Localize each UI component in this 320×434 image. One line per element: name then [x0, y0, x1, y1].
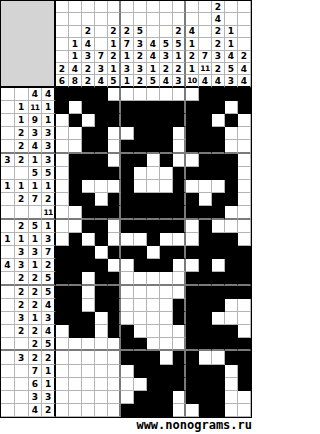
grid-cell[interactable] [212, 299, 225, 312]
grid-cell[interactable] [95, 88, 108, 101]
grid-cell[interactable] [147, 325, 160, 338]
grid-cell[interactable] [95, 220, 108, 233]
grid-cell[interactable] [147, 193, 160, 206]
grid-cell[interactable] [69, 365, 82, 378]
grid-cell[interactable] [238, 88, 251, 101]
grid-cell[interactable] [82, 365, 95, 378]
grid-cell[interactable] [56, 101, 69, 114]
grid-cell[interactable] [160, 378, 173, 391]
grid-cell[interactable] [95, 272, 108, 285]
grid-cell[interactable] [212, 246, 225, 259]
grid-cell[interactable] [186, 404, 199, 417]
grid-cell[interactable] [212, 391, 225, 404]
grid-cell[interactable] [69, 272, 82, 285]
grid-cell[interactable] [199, 404, 212, 417]
grid-cell[interactable] [199, 220, 212, 233]
grid-cell[interactable] [199, 338, 212, 351]
grid-cell[interactable] [69, 88, 82, 101]
grid-cell[interactable] [134, 180, 147, 193]
grid-cell[interactable] [108, 378, 121, 391]
grid-cell[interactable] [199, 101, 212, 114]
grid-cell[interactable] [225, 351, 238, 364]
grid-cell[interactable] [95, 101, 108, 114]
grid-cell[interactable] [121, 233, 134, 246]
grid-cell[interactable] [212, 114, 225, 127]
grid-cell[interactable] [134, 220, 147, 233]
grid-cell[interactable] [108, 140, 121, 153]
grid-cell[interactable] [108, 312, 121, 325]
grid-cell[interactable] [225, 114, 238, 127]
grid-cell[interactable] [212, 127, 225, 140]
grid-cell[interactable] [212, 286, 225, 299]
grid-cell[interactable] [212, 233, 225, 246]
grid-cell[interactable] [173, 114, 186, 127]
grid-cell[interactable] [225, 206, 238, 219]
grid-cell[interactable] [212, 259, 225, 272]
grid-cell[interactable] [225, 88, 238, 101]
grid-cell[interactable] [134, 259, 147, 272]
grid-cell[interactable] [147, 272, 160, 285]
grid-cell[interactable] [238, 351, 251, 364]
grid-cell[interactable] [69, 259, 82, 272]
grid-cell[interactable] [225, 193, 238, 206]
grid-cell[interactable] [108, 127, 121, 140]
grid-cell[interactable] [95, 114, 108, 127]
grid-cell[interactable] [238, 114, 251, 127]
grid-cell[interactable] [147, 378, 160, 391]
grid-cell[interactable] [160, 88, 173, 101]
grid-cell[interactable] [95, 233, 108, 246]
grid-cell[interactable] [108, 246, 121, 259]
grid-cell[interactable] [82, 140, 95, 153]
grid-cell[interactable] [186, 154, 199, 167]
grid-cell[interactable] [160, 154, 173, 167]
grid-cell[interactable] [212, 272, 225, 285]
grid-cell[interactable] [199, 299, 212, 312]
grid-cell[interactable] [95, 206, 108, 219]
grid-cell[interactable] [173, 338, 186, 351]
grid-cell[interactable] [69, 378, 82, 391]
grid-cell[interactable] [121, 114, 134, 127]
grid-cell[interactable] [199, 206, 212, 219]
grid-cell[interactable] [108, 325, 121, 338]
grid-cell[interactable] [173, 246, 186, 259]
grid-cell[interactable] [134, 193, 147, 206]
grid-cell[interactable] [212, 193, 225, 206]
grid-cell[interactable] [108, 272, 121, 285]
grid-cell[interactable] [225, 378, 238, 391]
grid-cell[interactable] [56, 114, 69, 127]
grid-cell[interactable] [108, 88, 121, 101]
grid-cell[interactable] [160, 391, 173, 404]
grid-cell[interactable] [160, 365, 173, 378]
grid-cell[interactable] [95, 391, 108, 404]
grid-cell[interactable] [238, 325, 251, 338]
grid-cell[interactable] [173, 140, 186, 153]
grid-cell[interactable] [212, 338, 225, 351]
grid-cell[interactable] [56, 365, 69, 378]
grid-cell[interactable] [173, 299, 186, 312]
grid-cell[interactable] [134, 312, 147, 325]
grid-cell[interactable] [147, 167, 160, 180]
grid-cell[interactable] [160, 312, 173, 325]
grid-cell[interactable] [186, 140, 199, 153]
grid-cell[interactable] [238, 180, 251, 193]
grid-cell[interactable] [69, 154, 82, 167]
grid-cell[interactable] [147, 206, 160, 219]
grid-cell[interactable] [212, 404, 225, 417]
grid-cell[interactable] [186, 180, 199, 193]
grid-cell[interactable] [160, 272, 173, 285]
grid-cell[interactable] [69, 114, 82, 127]
grid-cell[interactable] [147, 365, 160, 378]
grid-cell[interactable] [199, 180, 212, 193]
grid-cell[interactable] [186, 272, 199, 285]
grid-cell[interactable] [108, 286, 121, 299]
grid-cell[interactable] [108, 114, 121, 127]
grid-cell[interactable] [147, 338, 160, 351]
grid-cell[interactable] [134, 233, 147, 246]
grid-cell[interactable] [134, 272, 147, 285]
grid-cell[interactable] [95, 246, 108, 259]
grid-cell[interactable] [160, 220, 173, 233]
grid-cell[interactable] [173, 312, 186, 325]
grid-cell[interactable] [56, 193, 69, 206]
grid-cell[interactable] [225, 154, 238, 167]
grid-cell[interactable] [82, 338, 95, 351]
grid-cell[interactable] [108, 101, 121, 114]
grid-cell[interactable] [238, 259, 251, 272]
grid-cell[interactable] [82, 378, 95, 391]
grid-cell[interactable] [199, 140, 212, 153]
grid-cell[interactable] [225, 365, 238, 378]
grid-cell[interactable] [212, 206, 225, 219]
grid-cell[interactable] [82, 286, 95, 299]
grid-cell[interactable] [147, 233, 160, 246]
grid-cell[interactable] [69, 246, 82, 259]
grid-cell[interactable] [199, 325, 212, 338]
grid-cell[interactable] [160, 351, 173, 364]
grid-cell[interactable] [173, 88, 186, 101]
grid-cell[interactable] [56, 154, 69, 167]
grid-cell[interactable] [225, 101, 238, 114]
grid-cell[interactable] [238, 391, 251, 404]
grid-cell[interactable] [82, 272, 95, 285]
grid-cell[interactable] [212, 220, 225, 233]
grid-cell[interactable] [69, 391, 82, 404]
grid-cell[interactable] [95, 325, 108, 338]
grid-cell[interactable] [121, 338, 134, 351]
grid-cell[interactable] [134, 404, 147, 417]
grid-cell[interactable] [225, 312, 238, 325]
grid-cell[interactable] [186, 286, 199, 299]
grid-cell[interactable] [108, 338, 121, 351]
grid-cell[interactable] [121, 286, 134, 299]
grid-cell[interactable] [225, 325, 238, 338]
grid-cell[interactable] [225, 391, 238, 404]
grid-cell[interactable] [69, 101, 82, 114]
grid-cell[interactable] [186, 299, 199, 312]
grid-cell[interactable] [82, 101, 95, 114]
grid-cell[interactable] [186, 233, 199, 246]
grid-cell[interactable] [238, 206, 251, 219]
grid-cell[interactable] [95, 312, 108, 325]
grid-cell[interactable] [56, 233, 69, 246]
grid-cell[interactable] [160, 114, 173, 127]
grid-cell[interactable] [238, 101, 251, 114]
grid-cell[interactable] [82, 299, 95, 312]
grid-cell[interactable] [121, 220, 134, 233]
grid-cell[interactable] [82, 404, 95, 417]
grid-cell[interactable] [199, 259, 212, 272]
grid-cell[interactable] [225, 272, 238, 285]
grid-cell[interactable] [186, 365, 199, 378]
grid-cell[interactable] [238, 338, 251, 351]
grid-cell[interactable] [173, 272, 186, 285]
grid-cell[interactable] [238, 272, 251, 285]
grid-cell[interactable] [82, 259, 95, 272]
grid-cell[interactable] [225, 180, 238, 193]
grid-cell[interactable] [56, 246, 69, 259]
grid-cell[interactable] [199, 351, 212, 364]
grid-cell[interactable] [238, 154, 251, 167]
grid-cell[interactable] [212, 325, 225, 338]
grid-cell[interactable] [238, 127, 251, 140]
grid-cell[interactable] [160, 286, 173, 299]
grid-cell[interactable] [82, 167, 95, 180]
grid-cell[interactable] [147, 101, 160, 114]
grid-cell[interactable] [108, 193, 121, 206]
grid-cell[interactable] [147, 351, 160, 364]
grid-cell[interactable] [173, 378, 186, 391]
grid-cell[interactable] [199, 378, 212, 391]
grid-cell[interactable] [173, 193, 186, 206]
grid-cell[interactable] [212, 101, 225, 114]
grid-cell[interactable] [95, 180, 108, 193]
grid-cell[interactable] [121, 272, 134, 285]
grid-cell[interactable] [108, 404, 121, 417]
grid-cell[interactable] [95, 140, 108, 153]
grid-cell[interactable] [56, 378, 69, 391]
grid-cell[interactable] [147, 246, 160, 259]
grid-cell[interactable] [121, 351, 134, 364]
grid-cell[interactable] [69, 299, 82, 312]
grid-cell[interactable] [95, 351, 108, 364]
grid-cell[interactable] [95, 365, 108, 378]
grid-cell[interactable] [82, 391, 95, 404]
grid-cell[interactable] [147, 404, 160, 417]
grid-cell[interactable] [82, 312, 95, 325]
grid-cell[interactable] [238, 404, 251, 417]
grid-cell[interactable] [134, 140, 147, 153]
grid-cell[interactable] [69, 193, 82, 206]
grid-cell[interactable] [121, 391, 134, 404]
grid-cell[interactable] [95, 338, 108, 351]
grid-cell[interactable] [160, 180, 173, 193]
grid-cell[interactable] [173, 391, 186, 404]
grid-cell[interactable] [160, 259, 173, 272]
grid-cell[interactable] [160, 127, 173, 140]
grid-cell[interactable] [69, 167, 82, 180]
grid-cell[interactable] [56, 272, 69, 285]
grid-cell[interactable] [134, 114, 147, 127]
grid-cell[interactable] [108, 391, 121, 404]
grid-cell[interactable] [95, 259, 108, 272]
grid-cell[interactable] [134, 101, 147, 114]
grid-cell[interactable] [160, 101, 173, 114]
grid-cell[interactable] [147, 259, 160, 272]
grid-cell[interactable] [212, 154, 225, 167]
grid-cell[interactable] [56, 404, 69, 417]
grid-cell[interactable] [56, 167, 69, 180]
grid-cell[interactable] [225, 220, 238, 233]
grid-cell[interactable] [82, 180, 95, 193]
grid-cell[interactable] [69, 233, 82, 246]
grid-cell[interactable] [56, 338, 69, 351]
grid-cell[interactable] [56, 312, 69, 325]
grid-cell[interactable] [134, 299, 147, 312]
grid-cell[interactable] [108, 167, 121, 180]
grid-cell[interactable] [69, 206, 82, 219]
grid-cell[interactable] [121, 140, 134, 153]
grid-cell[interactable] [56, 286, 69, 299]
grid-cell[interactable] [160, 246, 173, 259]
grid-cell[interactable] [121, 193, 134, 206]
grid-cell[interactable] [82, 206, 95, 219]
grid-cell[interactable] [199, 88, 212, 101]
grid-cell[interactable] [173, 180, 186, 193]
grid-cell[interactable] [186, 127, 199, 140]
grid-cell[interactable] [134, 365, 147, 378]
grid-cell[interactable] [69, 127, 82, 140]
grid-cell[interactable] [121, 299, 134, 312]
grid-cell[interactable] [82, 246, 95, 259]
grid-cell[interactable] [173, 233, 186, 246]
grid-cell[interactable] [95, 286, 108, 299]
grid-cell[interactable] [199, 246, 212, 259]
grid-cell[interactable] [173, 286, 186, 299]
grid-cell[interactable] [147, 88, 160, 101]
grid-cell[interactable] [212, 351, 225, 364]
grid-cell[interactable] [186, 220, 199, 233]
grid-cell[interactable] [160, 233, 173, 246]
grid-cell[interactable] [225, 167, 238, 180]
grid-cell[interactable] [56, 127, 69, 140]
grid-cell[interactable] [173, 101, 186, 114]
grid-cell[interactable] [69, 404, 82, 417]
grid-cell[interactable] [108, 233, 121, 246]
grid-cell[interactable] [225, 246, 238, 259]
grid-cell[interactable] [212, 140, 225, 153]
grid-cell[interactable] [121, 101, 134, 114]
grid-cell[interactable] [173, 325, 186, 338]
grid-cell[interactable] [186, 259, 199, 272]
grid-cell[interactable] [186, 101, 199, 114]
grid-cell[interactable] [121, 206, 134, 219]
grid-cell[interactable] [147, 391, 160, 404]
grid-cell[interactable] [56, 299, 69, 312]
grid-cell[interactable] [56, 220, 69, 233]
grid-cell[interactable] [108, 180, 121, 193]
grid-cell[interactable] [56, 88, 69, 101]
grid-cell[interactable] [147, 180, 160, 193]
grid-cell[interactable] [238, 167, 251, 180]
grid-cell[interactable] [199, 233, 212, 246]
grid-cell[interactable] [95, 299, 108, 312]
grid-cell[interactable] [238, 286, 251, 299]
grid-cell[interactable] [121, 180, 134, 193]
grid-cell[interactable] [82, 325, 95, 338]
grid-cell[interactable] [134, 88, 147, 101]
grid-cell[interactable] [199, 114, 212, 127]
grid-cell[interactable] [173, 167, 186, 180]
grid-cell[interactable] [147, 127, 160, 140]
grid-cell[interactable] [238, 365, 251, 378]
grid-cell[interactable] [160, 404, 173, 417]
grid-cell[interactable] [238, 193, 251, 206]
grid-cell[interactable] [173, 154, 186, 167]
grid-cell[interactable] [121, 167, 134, 180]
grid-cell[interactable] [238, 378, 251, 391]
grid-cell[interactable] [121, 88, 134, 101]
grid-cell[interactable] [56, 391, 69, 404]
grid-cell[interactable] [173, 404, 186, 417]
grid-cell[interactable] [56, 325, 69, 338]
grid-cell[interactable] [186, 351, 199, 364]
grid-cell[interactable] [160, 140, 173, 153]
grid-cell[interactable] [56, 206, 69, 219]
grid-cell[interactable] [212, 88, 225, 101]
grid-cell[interactable] [82, 114, 95, 127]
grid-cell[interactable] [160, 193, 173, 206]
grid-cell[interactable] [225, 299, 238, 312]
grid-cell[interactable] [212, 312, 225, 325]
grid-cell[interactable] [134, 206, 147, 219]
grid-cell[interactable] [121, 127, 134, 140]
grid-cell[interactable] [108, 365, 121, 378]
grid-cell[interactable] [225, 259, 238, 272]
grid-cell[interactable] [108, 206, 121, 219]
grid-cell[interactable] [160, 338, 173, 351]
grid-cell[interactable] [69, 351, 82, 364]
grid-cell[interactable] [134, 127, 147, 140]
grid-cell[interactable] [69, 220, 82, 233]
grid-cell[interactable] [56, 140, 69, 153]
grid-cell[interactable] [147, 140, 160, 153]
grid-cell[interactable] [134, 154, 147, 167]
grid-cell[interactable] [82, 154, 95, 167]
grid-cell[interactable] [69, 180, 82, 193]
grid-cell[interactable] [147, 312, 160, 325]
grid-cell[interactable] [82, 127, 95, 140]
grid-cell[interactable] [121, 312, 134, 325]
grid-cell[interactable] [160, 299, 173, 312]
grid-cell[interactable] [95, 404, 108, 417]
grid-cell[interactable] [212, 378, 225, 391]
grid-cell[interactable] [186, 193, 199, 206]
grid-cell[interactable] [147, 114, 160, 127]
grid-cell[interactable] [121, 259, 134, 272]
grid-cell[interactable] [56, 351, 69, 364]
grid-cell[interactable] [199, 154, 212, 167]
grid-cell[interactable] [212, 365, 225, 378]
grid-cell[interactable] [108, 351, 121, 364]
grid-cell[interactable] [199, 272, 212, 285]
grid-cell[interactable] [225, 338, 238, 351]
grid-cell[interactable] [212, 180, 225, 193]
grid-cell[interactable] [225, 233, 238, 246]
grid-cell[interactable] [95, 167, 108, 180]
